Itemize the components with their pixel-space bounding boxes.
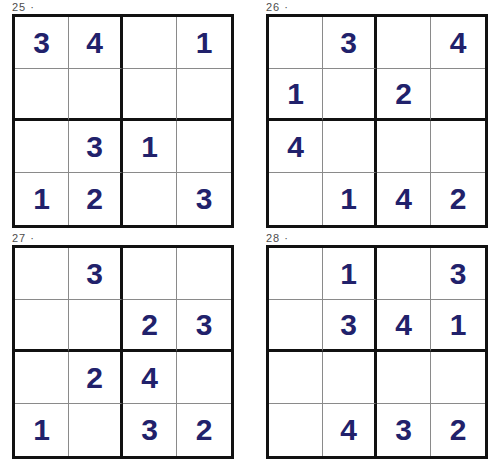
cell-r2c1 — [15, 300, 69, 352]
cell-r2c3: 2 — [377, 69, 431, 121]
cell-r1c4: 1 — [177, 17, 231, 69]
cell-r4c3: 3 — [377, 404, 431, 456]
cell-r3c4 — [431, 352, 485, 404]
puzzle-number-label: 25 · — [12, 1, 234, 14]
cell-r2c1 — [269, 300, 323, 352]
cell-r4c4: 2 — [177, 404, 231, 456]
cell-r2c3 — [123, 69, 177, 121]
cell-r2c4 — [177, 69, 231, 121]
cell-r1c4: 4 — [431, 17, 485, 69]
cell-r4c1: 1 — [15, 404, 69, 456]
cell-r2c1: 1 — [269, 69, 323, 121]
sudoku-grid-25: 34131123 — [12, 14, 234, 228]
cell-r2c2 — [69, 300, 123, 352]
cell-r3c2 — [323, 352, 377, 404]
cell-r2c4 — [431, 69, 485, 121]
cell-r1c3 — [123, 248, 177, 300]
cell-r4c3: 4 — [377, 173, 431, 225]
cell-r1c3 — [123, 17, 177, 69]
cell-r3c3: 4 — [123, 352, 177, 404]
cell-r3c1 — [269, 352, 323, 404]
sudoku-grid-27: 32324132 — [12, 245, 234, 459]
cell-r1c2: 3 — [323, 17, 377, 69]
cell-r1c2: 3 — [69, 248, 123, 300]
puzzle-number-label: 27 · — [12, 232, 234, 245]
cell-r3c3: 1 — [123, 121, 177, 173]
cell-r3c2 — [323, 121, 377, 173]
cell-r1c1 — [269, 248, 323, 300]
cell-r2c2 — [69, 69, 123, 121]
cell-r4c2: 4 — [323, 404, 377, 456]
cell-r3c1 — [15, 121, 69, 173]
cell-r2c4: 3 — [177, 300, 231, 352]
cell-r2c4: 1 — [431, 300, 485, 352]
cell-r3c1: 4 — [269, 121, 323, 173]
cell-r1c3 — [377, 248, 431, 300]
cell-r4c3 — [123, 173, 177, 225]
cell-r4c2: 1 — [323, 173, 377, 225]
cell-r3c4 — [177, 121, 231, 173]
sudoku-grid-28: 13341432 — [266, 245, 488, 459]
cell-r3c2: 2 — [69, 352, 123, 404]
cell-r2c1 — [15, 69, 69, 121]
cell-r1c1: 3 — [15, 17, 69, 69]
sudoku-grid-26: 34124142 — [266, 14, 488, 228]
cell-r3c2: 3 — [69, 121, 123, 173]
puzzle-number-label: 28 · — [266, 232, 488, 245]
cell-r3c4 — [177, 352, 231, 404]
cell-r1c1 — [15, 248, 69, 300]
cell-r1c4: 3 — [431, 248, 485, 300]
cell-r3c3 — [377, 352, 431, 404]
puzzle-26: 26 · 34124142 — [266, 1, 488, 228]
cell-r4c1 — [269, 404, 323, 456]
cell-r2c3: 4 — [377, 300, 431, 352]
cell-r4c1 — [269, 173, 323, 225]
cell-r2c2 — [323, 69, 377, 121]
puzzle-number-label: 26 · — [266, 1, 488, 14]
cell-r4c4: 2 — [431, 404, 485, 456]
cell-r1c2: 4 — [69, 17, 123, 69]
cell-r1c2: 1 — [323, 248, 377, 300]
cell-r4c3: 3 — [123, 404, 177, 456]
cell-r4c2 — [69, 404, 123, 456]
puzzle-25: 25 · 34131123 — [12, 1, 234, 228]
cell-r4c2: 2 — [69, 173, 123, 225]
cell-r3c1 — [15, 352, 69, 404]
cell-r1c4 — [177, 248, 231, 300]
cell-r1c1 — [269, 17, 323, 69]
cell-r4c1: 1 — [15, 173, 69, 225]
puzzle-27: 27 · 32324132 — [12, 232, 234, 459]
cell-r2c2: 3 — [323, 300, 377, 352]
cell-r1c3 — [377, 17, 431, 69]
puzzle-28: 28 · 13341432 — [266, 232, 488, 459]
cell-r4c4: 2 — [431, 173, 485, 225]
cell-r3c4 — [431, 121, 485, 173]
cell-r4c4: 3 — [177, 173, 231, 225]
cell-r3c3 — [377, 121, 431, 173]
cell-r2c3: 2 — [123, 300, 177, 352]
